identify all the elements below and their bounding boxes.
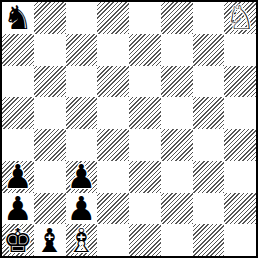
square-a7[interactable] <box>2 34 34 66</box>
square-b8[interactable] <box>34 2 66 34</box>
square-f5[interactable] <box>161 97 193 129</box>
square-c4[interactable] <box>66 129 98 161</box>
square-c7[interactable] <box>66 34 98 66</box>
square-e1[interactable] <box>129 224 161 256</box>
square-f4[interactable] <box>161 129 193 161</box>
square-d2[interactable] <box>97 193 129 225</box>
square-c5[interactable] <box>66 97 98 129</box>
square-a2[interactable]: ♟ <box>2 193 34 225</box>
chess-board-window: ♞♘♟♟♟♟♚♝♗ <box>0 0 258 258</box>
square-f3[interactable] <box>161 161 193 193</box>
square-h3[interactable] <box>224 161 256 193</box>
square-c1[interactable]: ♗ <box>66 224 98 256</box>
square-c2[interactable]: ♟ <box>66 193 98 225</box>
square-g6[interactable] <box>193 66 225 98</box>
square-a3[interactable]: ♟ <box>2 161 34 193</box>
piece-black-king[interactable]: ♚ <box>3 224 33 256</box>
square-a1[interactable]: ♚ <box>2 224 34 256</box>
square-b5[interactable] <box>34 97 66 129</box>
square-e8[interactable] <box>129 2 161 34</box>
square-a5[interactable] <box>2 97 34 129</box>
piece-black-bishop[interactable]: ♝ <box>35 224 65 256</box>
square-b4[interactable] <box>34 129 66 161</box>
square-e7[interactable] <box>129 34 161 66</box>
square-g2[interactable] <box>193 193 225 225</box>
square-d4[interactable] <box>97 129 129 161</box>
square-e4[interactable] <box>129 129 161 161</box>
square-g3[interactable] <box>193 161 225 193</box>
square-f7[interactable] <box>161 34 193 66</box>
square-h1[interactable] <box>224 224 256 256</box>
piece-black-knight[interactable]: ♞ <box>3 2 33 34</box>
square-b2[interactable] <box>34 193 66 225</box>
square-e3[interactable] <box>129 161 161 193</box>
square-d7[interactable] <box>97 34 129 66</box>
square-b6[interactable] <box>34 66 66 98</box>
piece-white-bishop[interactable]: ♗ <box>67 224 97 256</box>
square-b3[interactable] <box>34 161 66 193</box>
square-b7[interactable] <box>34 34 66 66</box>
piece-black-pawn[interactable]: ♟ <box>3 161 33 193</box>
square-h7[interactable] <box>224 34 256 66</box>
square-d1[interactable] <box>97 224 129 256</box>
piece-white-knight[interactable]: ♘ <box>225 2 255 34</box>
square-f6[interactable] <box>161 66 193 98</box>
square-c6[interactable] <box>66 66 98 98</box>
square-g7[interactable] <box>193 34 225 66</box>
chess-board: ♞♘♟♟♟♟♚♝♗ <box>0 0 258 258</box>
square-c8[interactable] <box>66 2 98 34</box>
square-h4[interactable] <box>224 129 256 161</box>
square-g8[interactable] <box>193 2 225 34</box>
piece-black-pawn[interactable]: ♟ <box>67 161 97 193</box>
square-h8[interactable]: ♘ <box>224 2 256 34</box>
square-e5[interactable] <box>129 97 161 129</box>
square-b1[interactable]: ♝ <box>34 224 66 256</box>
square-e6[interactable] <box>129 66 161 98</box>
square-g1[interactable] <box>193 224 225 256</box>
square-f2[interactable] <box>161 193 193 225</box>
square-f1[interactable] <box>161 224 193 256</box>
square-d8[interactable] <box>97 2 129 34</box>
square-a6[interactable] <box>2 66 34 98</box>
square-f8[interactable] <box>161 2 193 34</box>
square-g4[interactable] <box>193 129 225 161</box>
square-h2[interactable] <box>224 193 256 225</box>
square-d3[interactable] <box>97 161 129 193</box>
square-c3[interactable]: ♟ <box>66 161 98 193</box>
square-a8[interactable]: ♞ <box>2 2 34 34</box>
square-d6[interactable] <box>97 66 129 98</box>
square-d5[interactable] <box>97 97 129 129</box>
square-h6[interactable] <box>224 66 256 98</box>
piece-black-pawn[interactable]: ♟ <box>3 193 33 225</box>
square-e2[interactable] <box>129 193 161 225</box>
square-a4[interactable] <box>2 129 34 161</box>
piece-black-pawn[interactable]: ♟ <box>67 193 97 225</box>
square-g5[interactable] <box>193 97 225 129</box>
square-h5[interactable] <box>224 97 256 129</box>
